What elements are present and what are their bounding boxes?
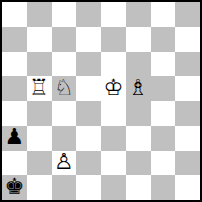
square-a4[interactable] [2, 101, 27, 126]
square-c4[interactable] [52, 101, 77, 126]
square-h2[interactable] [175, 151, 200, 176]
square-b3[interactable] [27, 126, 52, 151]
square-d7[interactable] [76, 27, 101, 52]
square-f6[interactable] [126, 52, 151, 77]
square-f5[interactable]: ♗ [126, 76, 151, 101]
square-b2[interactable] [27, 151, 52, 176]
square-e8[interactable] [101, 2, 126, 27]
white-king-e5: ♔ [104, 77, 124, 99]
square-b5[interactable]: ♖ [27, 76, 52, 101]
square-d3[interactable] [76, 126, 101, 151]
square-b6[interactable] [27, 52, 52, 77]
square-e5[interactable]: ♔ [101, 76, 126, 101]
square-b7[interactable] [27, 27, 52, 52]
square-g5[interactable] [151, 76, 176, 101]
white-bishop-f5: ♗ [128, 77, 148, 99]
square-f8[interactable] [126, 2, 151, 27]
square-e7[interactable] [101, 27, 126, 52]
square-d2[interactable] [76, 151, 101, 176]
square-g6[interactable] [151, 52, 176, 77]
white-knight-c5: ♘ [54, 77, 74, 99]
square-a2[interactable] [2, 151, 27, 176]
square-f7[interactable] [126, 27, 151, 52]
square-a7[interactable] [2, 27, 27, 52]
square-a5[interactable] [2, 76, 27, 101]
square-f3[interactable] [126, 126, 151, 151]
white-pawn-c2: ♙ [54, 151, 74, 173]
square-c6[interactable] [52, 52, 77, 77]
square-c3[interactable] [52, 126, 77, 151]
square-e4[interactable] [101, 101, 126, 126]
square-f1[interactable] [126, 175, 151, 200]
square-a6[interactable] [2, 52, 27, 77]
square-h8[interactable] [175, 2, 200, 27]
square-c5[interactable]: ♘ [52, 76, 77, 101]
square-e3[interactable] [101, 126, 126, 151]
square-a3[interactable]: ♟ [2, 126, 27, 151]
square-g4[interactable] [151, 101, 176, 126]
square-e1[interactable] [101, 175, 126, 200]
square-h4[interactable] [175, 101, 200, 126]
square-h7[interactable] [175, 27, 200, 52]
square-e6[interactable] [101, 52, 126, 77]
square-h5[interactable] [175, 76, 200, 101]
square-d5[interactable] [76, 76, 101, 101]
square-g3[interactable] [151, 126, 176, 151]
square-d1[interactable] [76, 175, 101, 200]
square-a8[interactable] [2, 2, 27, 27]
square-h3[interactable] [175, 126, 200, 151]
square-g1[interactable] [151, 175, 176, 200]
square-c1[interactable] [52, 175, 77, 200]
square-d8[interactable] [76, 2, 101, 27]
square-c7[interactable] [52, 27, 77, 52]
square-a1[interactable]: ♚ [2, 175, 27, 200]
square-h1[interactable] [175, 175, 200, 200]
square-b1[interactable] [27, 175, 52, 200]
square-b4[interactable] [27, 101, 52, 126]
board-frame: ♖♘♔♗♟♙♚ [0, 0, 202, 202]
chess-board: ♖♘♔♗♟♙♚ [2, 2, 200, 200]
square-d6[interactable] [76, 52, 101, 77]
square-f2[interactable] [126, 151, 151, 176]
square-f4[interactable] [126, 101, 151, 126]
square-c8[interactable] [52, 2, 77, 27]
square-e2[interactable] [101, 151, 126, 176]
square-g7[interactable] [151, 27, 176, 52]
square-d4[interactable] [76, 101, 101, 126]
black-pawn-a3: ♟ [5, 126, 25, 148]
square-c2[interactable]: ♙ [52, 151, 77, 176]
square-b8[interactable] [27, 2, 52, 27]
black-king-a1: ♚ [5, 176, 25, 198]
square-g2[interactable] [151, 151, 176, 176]
white-rook-b5: ♖ [29, 77, 49, 99]
square-g8[interactable] [151, 2, 176, 27]
square-h6[interactable] [175, 52, 200, 77]
